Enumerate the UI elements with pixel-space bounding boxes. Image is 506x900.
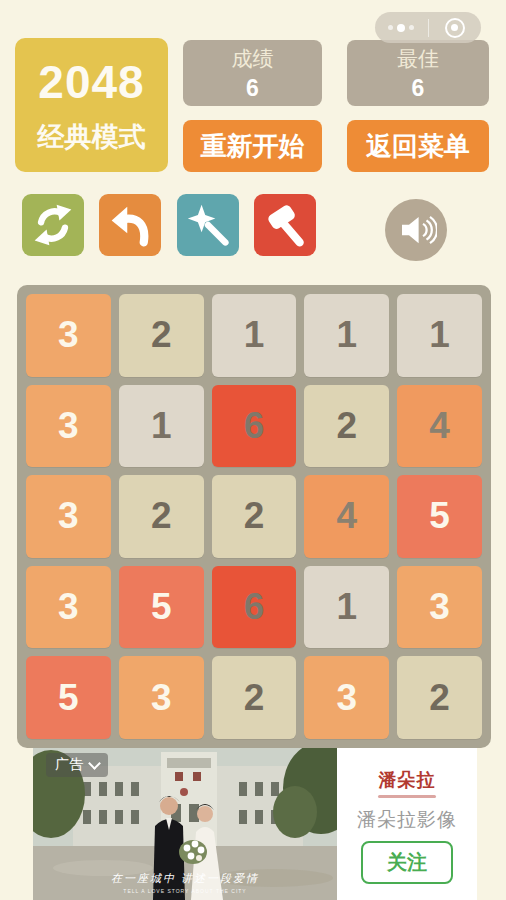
tile-r4c4: 1 — [304, 566, 389, 649]
ad-brand-name: 潘朵拉影像 — [357, 807, 457, 833]
follow-button[interactable]: 关注 — [361, 841, 453, 884]
tile-r1c3: 1 — [212, 294, 297, 377]
tile-r2c1: 3 — [26, 385, 111, 468]
undo-button[interactable] — [99, 194, 161, 256]
speaker-icon — [395, 209, 437, 251]
tile-r2c4: 2 — [304, 385, 389, 468]
restart-button[interactable]: 重新开始 — [183, 120, 322, 172]
tile-r4c1: 3 — [26, 566, 111, 649]
home-circle-icon[interactable] — [429, 18, 482, 38]
game-title: 2048 — [38, 55, 144, 109]
hammer-button[interactable] — [254, 194, 316, 256]
ad-banner: 在一座城中 讲述一段爱情 TELL A LOVE STORY ABOUT THE… — [33, 748, 477, 900]
ad-label: 广告 — [55, 756, 83, 774]
tile-r3c1: 3 — [26, 475, 111, 558]
tile-r5c1: 5 — [26, 656, 111, 739]
ad-logo-wrap: 潘朵拉 — [378, 768, 436, 798]
magic-wand-icon — [186, 203, 230, 247]
best-label: 最佳 — [397, 45, 439, 73]
score-value: 6 — [246, 75, 259, 102]
tile-r5c4: 3 — [304, 656, 389, 739]
undo-icon — [108, 203, 152, 247]
magic-wand-button[interactable] — [177, 194, 239, 256]
tile-r4c2: 5 — [119, 566, 204, 649]
tile-r2c5: 4 — [397, 385, 482, 468]
tile-r1c4: 1 — [304, 294, 389, 377]
more-dots-icon[interactable] — [375, 24, 428, 32]
ad-logo-tagline — [378, 795, 436, 798]
tile-r3c2: 2 — [119, 475, 204, 558]
ad-panel: 潘朵拉 潘朵拉影像 关注 — [337, 748, 477, 900]
tile-r2c3: 6 — [212, 385, 297, 468]
tile-r3c4: 4 — [304, 475, 389, 558]
tile-r5c2: 3 — [119, 656, 204, 739]
tile-r3c3: 2 — [212, 475, 297, 558]
game-mode-label: 经典模式 — [38, 119, 146, 155]
ad-label-chip[interactable]: 广告 — [46, 753, 108, 777]
hammer-icon — [263, 203, 307, 247]
ad-caption-en: TELL A LOVE STORY ABOUT THE CITY — [123, 888, 246, 894]
tile-r1c2: 2 — [119, 294, 204, 377]
tile-r5c5: 2 — [397, 656, 482, 739]
tile-r3c5: 5 — [397, 475, 482, 558]
back-to-menu-button[interactable]: 返回菜单 — [347, 120, 489, 172]
ad-logo: 潘朵拉 — [379, 768, 436, 792]
ad-caption-cn: 在一座城中 讲述一段爱情 — [111, 872, 259, 884]
tile-r5c3: 2 — [212, 656, 297, 739]
tile-r1c5: 1 — [397, 294, 482, 377]
best-value: 6 — [412, 75, 425, 102]
board-grid[interactable]: 3211131624322453561353232 — [17, 285, 491, 748]
score-box: 成绩 6 — [183, 40, 322, 106]
ad-photo[interactable]: 在一座城中 讲述一段爱情 TELL A LOVE STORY ABOUT THE… — [33, 748, 337, 900]
tile-r4c3: 6 — [212, 566, 297, 649]
game-title-tile: 2048 经典模式 — [15, 38, 168, 172]
best-box: 最佳 6 — [347, 40, 489, 106]
tile-r1c1: 3 — [26, 294, 111, 377]
score-label: 成绩 — [232, 45, 274, 73]
refresh-button[interactable] — [22, 194, 84, 256]
wechat-capsule — [375, 12, 481, 43]
tile-r2c2: 1 — [119, 385, 204, 468]
tile-r4c5: 3 — [397, 566, 482, 649]
sound-toggle-button[interactable] — [385, 199, 447, 261]
refresh-icon — [31, 203, 75, 247]
chevron-down-icon — [88, 757, 101, 770]
